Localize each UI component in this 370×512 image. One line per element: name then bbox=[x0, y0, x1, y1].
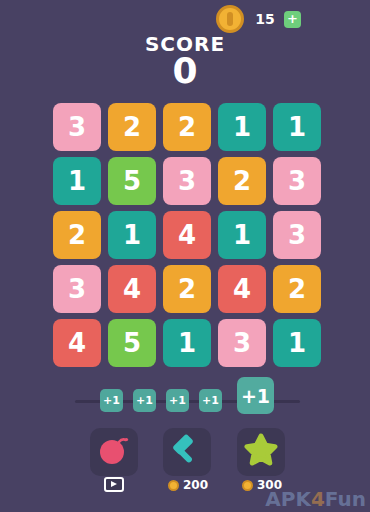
queue-tile-2: +1 bbox=[133, 389, 156, 412]
tile-r4c5[interactable]: 2 bbox=[273, 265, 321, 313]
watch-ad-icon[interactable] bbox=[104, 477, 124, 492]
star-icon bbox=[243, 432, 279, 472]
tile-r3c4[interactable]: 1 bbox=[218, 211, 266, 259]
tile-r1c4[interactable]: 1 bbox=[218, 103, 266, 151]
coin-count: 15 bbox=[250, 11, 280, 27]
coin-icon-small bbox=[242, 480, 253, 491]
tile-r4c3[interactable]: 2 bbox=[163, 265, 211, 313]
tile-r5c1[interactable]: 4 bbox=[53, 319, 101, 367]
queue-tile-3: +1 bbox=[166, 389, 189, 412]
tile-r2c2[interactable]: 5 bbox=[108, 157, 156, 205]
tile-r5c5[interactable]: 1 bbox=[273, 319, 321, 367]
coin-icon-small bbox=[168, 480, 179, 491]
tile-r3c5[interactable]: 3 bbox=[273, 211, 321, 259]
tile-r3c2[interactable]: 1 bbox=[108, 211, 156, 259]
tile-r1c1[interactable]: 3 bbox=[53, 103, 101, 151]
bomb-button[interactable] bbox=[90, 428, 138, 476]
queue-tile-4: +1 bbox=[199, 389, 222, 412]
tile-r4c4[interactable]: 4 bbox=[218, 265, 266, 313]
hammer-cost-value: 200 bbox=[183, 478, 208, 492]
tile-r5c2[interactable]: 5 bbox=[108, 319, 156, 367]
tile-r3c3[interactable]: 4 bbox=[163, 211, 211, 259]
coin-icon bbox=[216, 5, 244, 33]
tile-r1c3[interactable]: 2 bbox=[163, 103, 211, 151]
bomb-icon bbox=[97, 433, 131, 471]
hammer-cost: 200 bbox=[168, 478, 208, 492]
tile-r4c1[interactable]: 3 bbox=[53, 265, 101, 313]
tile-r2c1[interactable]: 1 bbox=[53, 157, 101, 205]
game-screen: 15 + SCORE 0 3221115323214133424245131 +… bbox=[0, 0, 370, 512]
tile-r2c5[interactable]: 3 bbox=[273, 157, 321, 205]
score-value: 0 bbox=[0, 50, 370, 91]
tile-r4c2[interactable]: 4 bbox=[108, 265, 156, 313]
hammer-icon bbox=[170, 433, 204, 471]
current-tile[interactable]: +1 bbox=[237, 377, 274, 414]
tile-r3c1[interactable]: 2 bbox=[53, 211, 101, 259]
tile-r2c4[interactable]: 2 bbox=[218, 157, 266, 205]
watermark: APK4Fun bbox=[265, 487, 366, 511]
add-coins-button[interactable]: + bbox=[284, 11, 301, 28]
tile-r5c3[interactable]: 1 bbox=[163, 319, 211, 367]
queue-tile-1: +1 bbox=[100, 389, 123, 412]
tile-r1c2[interactable]: 2 bbox=[108, 103, 156, 151]
tile-r5c4[interactable]: 3 bbox=[218, 319, 266, 367]
hammer-button[interactable] bbox=[163, 428, 211, 476]
tile-r2c3[interactable]: 3 bbox=[163, 157, 211, 205]
tile-r1c5[interactable]: 1 bbox=[273, 103, 321, 151]
star-button[interactable] bbox=[237, 428, 285, 476]
board: 3221115323214133424245131 bbox=[53, 103, 321, 367]
